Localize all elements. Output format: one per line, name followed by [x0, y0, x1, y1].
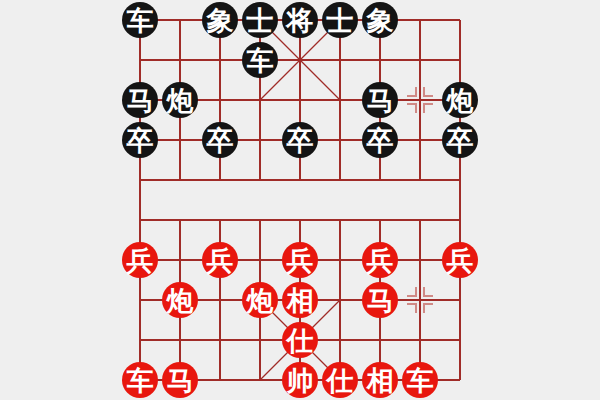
- piece-red-pawn[interactable]: 兵: [362, 242, 398, 278]
- piece-red-knight[interactable]: 马: [162, 362, 198, 398]
- piece-black-king[interactable]: 将: [282, 2, 318, 38]
- piece-red-rook[interactable]: 车: [402, 362, 438, 398]
- piece-red-elephant[interactable]: 相: [362, 362, 398, 398]
- piece-red-pawn[interactable]: 兵: [122, 242, 158, 278]
- xiangqi-board[interactable]: 车象士将士象车马炮马炮卒卒卒卒卒兵兵兵兵兵炮炮相马仕车马帅仕相车: [120, 0, 480, 400]
- piece-black-knight[interactable]: 马: [362, 82, 398, 118]
- piece-black-pawn[interactable]: 卒: [282, 122, 318, 158]
- piece-red-knight[interactable]: 马: [362, 282, 398, 318]
- pieces-layer: 车象士将士象车马炮马炮卒卒卒卒卒兵兵兵兵兵炮炮相马仕车马帅仕相车: [120, 0, 480, 400]
- piece-black-advisor[interactable]: 士: [322, 2, 358, 38]
- piece-black-cannon[interactable]: 炮: [162, 82, 198, 118]
- piece-red-advisor[interactable]: 仕: [282, 322, 318, 358]
- piece-black-knight[interactable]: 马: [122, 82, 158, 118]
- piece-black-cannon[interactable]: 炮: [442, 82, 478, 118]
- piece-black-rook[interactable]: 车: [122, 2, 158, 38]
- piece-black-elephant[interactable]: 象: [202, 2, 238, 38]
- piece-black-rook[interactable]: 车: [242, 42, 278, 78]
- piece-red-rook[interactable]: 车: [122, 362, 158, 398]
- piece-red-pawn[interactable]: 兵: [282, 242, 318, 278]
- piece-black-pawn[interactable]: 卒: [202, 122, 238, 158]
- xiangqi-screenshot: 车象士将士象车马炮马炮卒卒卒卒卒兵兵兵兵兵炮炮相马仕车马帅仕相车: [0, 0, 600, 400]
- piece-black-elephant[interactable]: 象: [362, 2, 398, 38]
- piece-black-pawn[interactable]: 卒: [442, 122, 478, 158]
- piece-red-cannon[interactable]: 炮: [242, 282, 278, 318]
- piece-red-elephant[interactable]: 相: [282, 282, 318, 318]
- piece-black-pawn[interactable]: 卒: [122, 122, 158, 158]
- piece-red-cannon[interactable]: 炮: [162, 282, 198, 318]
- piece-red-pawn[interactable]: 兵: [442, 242, 478, 278]
- piece-red-advisor[interactable]: 仕: [322, 362, 358, 398]
- piece-red-king[interactable]: 帅: [282, 362, 318, 398]
- piece-black-pawn[interactable]: 卒: [362, 122, 398, 158]
- piece-red-pawn[interactable]: 兵: [202, 242, 238, 278]
- piece-black-advisor[interactable]: 士: [242, 2, 278, 38]
